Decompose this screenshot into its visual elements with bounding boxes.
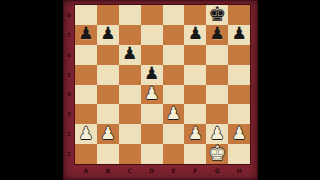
square-h6[interactable] bbox=[228, 45, 250, 65]
piece-white-pawn[interactable]: ♟ bbox=[78, 125, 93, 142]
rank-labels: 87654321 bbox=[63, 5, 75, 164]
piece-black-king[interactable]: ♚ bbox=[208, 4, 226, 24]
square-a6[interactable] bbox=[75, 45, 97, 65]
rank-label: 5 bbox=[63, 65, 75, 85]
square-f6[interactable] bbox=[184, 45, 206, 65]
square-c8[interactable] bbox=[119, 5, 141, 25]
file-label: B bbox=[97, 164, 119, 176]
square-f1[interactable] bbox=[184, 144, 206, 164]
square-h8[interactable] bbox=[228, 5, 250, 25]
squares-grid: ♚♟♟♟♟♟♟♟♟♟♟♟♟♟♟♚ bbox=[75, 5, 250, 164]
square-d5[interactable]: ♟ bbox=[141, 65, 163, 85]
square-a2[interactable]: ♟ bbox=[75, 124, 97, 144]
square-a5[interactable] bbox=[75, 65, 97, 85]
square-e6[interactable] bbox=[163, 45, 185, 65]
square-g5[interactable] bbox=[206, 65, 228, 85]
rank-label: 1 bbox=[63, 144, 75, 164]
file-label: A bbox=[75, 164, 97, 176]
square-g4[interactable] bbox=[206, 85, 228, 105]
square-h7[interactable]: ♟ bbox=[228, 25, 250, 45]
square-d8[interactable] bbox=[141, 5, 163, 25]
square-a3[interactable] bbox=[75, 104, 97, 124]
file-labels: ABCDEFGH bbox=[75, 164, 250, 176]
square-c6[interactable]: ♟ bbox=[119, 45, 141, 65]
rank-label: 7 bbox=[63, 25, 75, 45]
piece-white-pawn[interactable]: ♟ bbox=[166, 105, 181, 122]
square-c1[interactable] bbox=[119, 144, 141, 164]
square-b8[interactable] bbox=[97, 5, 119, 25]
square-h1[interactable] bbox=[228, 144, 250, 164]
square-g8[interactable]: ♚ bbox=[206, 5, 228, 25]
piece-white-pawn[interactable]: ♟ bbox=[210, 125, 225, 142]
rank-label: 6 bbox=[63, 45, 75, 65]
piece-white-king[interactable]: ♚ bbox=[208, 143, 226, 163]
square-d1[interactable] bbox=[141, 144, 163, 164]
square-a4[interactable] bbox=[75, 85, 97, 105]
square-f3[interactable] bbox=[184, 104, 206, 124]
square-g1[interactable]: ♚ bbox=[206, 144, 228, 164]
square-d3[interactable] bbox=[141, 104, 163, 124]
square-a1[interactable] bbox=[75, 144, 97, 164]
file-label: C bbox=[119, 164, 141, 176]
square-c4[interactable] bbox=[119, 85, 141, 105]
file-label: D bbox=[141, 164, 163, 176]
square-e1[interactable] bbox=[163, 144, 185, 164]
square-b7[interactable]: ♟ bbox=[97, 25, 119, 45]
square-d7[interactable] bbox=[141, 25, 163, 45]
square-e2[interactable] bbox=[163, 124, 185, 144]
piece-white-pawn[interactable]: ♟ bbox=[188, 125, 203, 142]
square-g7[interactable]: ♟ bbox=[206, 25, 228, 45]
square-b2[interactable]: ♟ bbox=[97, 124, 119, 144]
square-f2[interactable]: ♟ bbox=[184, 124, 206, 144]
piece-black-pawn[interactable]: ♟ bbox=[144, 65, 159, 82]
square-b1[interactable] bbox=[97, 144, 119, 164]
square-d2[interactable] bbox=[141, 124, 163, 144]
piece-white-pawn[interactable]: ♟ bbox=[231, 125, 246, 142]
square-a7[interactable]: ♟ bbox=[75, 25, 97, 45]
file-label: G bbox=[206, 164, 228, 176]
square-g6[interactable] bbox=[206, 45, 228, 65]
piece-black-pawn[interactable]: ♟ bbox=[210, 25, 225, 42]
square-c3[interactable] bbox=[119, 104, 141, 124]
square-h2[interactable]: ♟ bbox=[228, 124, 250, 144]
square-b5[interactable] bbox=[97, 65, 119, 85]
piece-black-pawn[interactable]: ♟ bbox=[188, 25, 203, 42]
square-d4[interactable]: ♟ bbox=[141, 85, 163, 105]
rank-label: 4 bbox=[63, 85, 75, 105]
file-label: F bbox=[184, 164, 206, 176]
square-c5[interactable] bbox=[119, 65, 141, 85]
chess-board: 87654321 ♚♟♟♟♟♟♟♟♟♟♟♟♟♟♟♚ ABCDEFGH bbox=[63, 0, 258, 180]
square-c2[interactable] bbox=[119, 124, 141, 144]
square-c7[interactable] bbox=[119, 25, 141, 45]
square-f7[interactable]: ♟ bbox=[184, 25, 206, 45]
piece-black-pawn[interactable]: ♟ bbox=[100, 25, 115, 42]
piece-black-pawn[interactable]: ♟ bbox=[122, 45, 137, 62]
piece-white-pawn[interactable]: ♟ bbox=[144, 85, 159, 102]
square-h4[interactable] bbox=[228, 85, 250, 105]
square-b4[interactable] bbox=[97, 85, 119, 105]
rank-label: 3 bbox=[63, 104, 75, 124]
rank-label: 2 bbox=[63, 124, 75, 144]
square-e7[interactable] bbox=[163, 25, 185, 45]
piece-black-pawn[interactable]: ♟ bbox=[78, 25, 93, 42]
square-e4[interactable] bbox=[163, 85, 185, 105]
square-e8[interactable] bbox=[163, 5, 185, 25]
square-h3[interactable] bbox=[228, 104, 250, 124]
square-g3[interactable] bbox=[206, 104, 228, 124]
rank-label: 8 bbox=[63, 5, 75, 25]
file-label: H bbox=[228, 164, 250, 176]
square-f5[interactable] bbox=[184, 65, 206, 85]
square-a8[interactable] bbox=[75, 5, 97, 25]
square-e5[interactable] bbox=[163, 65, 185, 85]
square-f8[interactable] bbox=[184, 5, 206, 25]
video-frame: 87654321 ♚♟♟♟♟♟♟♟♟♟♟♟♟♟♟♚ ABCDEFGH bbox=[0, 0, 320, 180]
file-label: E bbox=[163, 164, 185, 176]
square-f4[interactable] bbox=[184, 85, 206, 105]
piece-white-pawn[interactable]: ♟ bbox=[100, 125, 115, 142]
piece-black-pawn[interactable]: ♟ bbox=[231, 25, 246, 42]
square-b3[interactable] bbox=[97, 104, 119, 124]
square-d6[interactable] bbox=[141, 45, 163, 65]
square-e3[interactable]: ♟ bbox=[163, 104, 185, 124]
square-b6[interactable] bbox=[97, 45, 119, 65]
square-h5[interactable] bbox=[228, 65, 250, 85]
